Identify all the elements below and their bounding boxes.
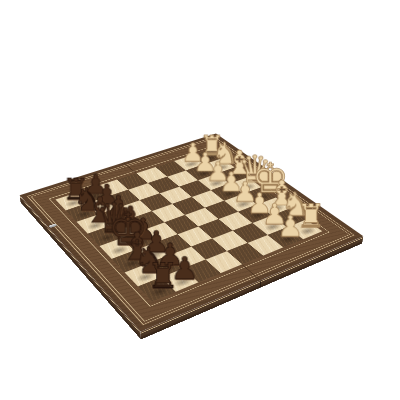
fold-seam-side xyxy=(260,280,262,288)
piece-white-pawn[interactable]: ♟ xyxy=(277,212,302,241)
fold-seam-bottom xyxy=(242,264,262,280)
product-photo-scene: ♜♟♟♜♞♟♟♞♝♟♟♝♛♟♟♛♚♟♟♚♝♟♟♝♞♟♟♞♜♟♟♜ xyxy=(0,0,400,400)
fold-seam-top xyxy=(123,162,137,173)
metal-clasp xyxy=(48,223,57,227)
chess-board-3d: ♜♟♟♜♞♟♟♞♝♟♟♝♛♟♟♛♚♟♟♚♝♟♟♝♞♟♟♞♜♟♟♜ xyxy=(20,133,364,331)
playing-field: ♜♟♟♜♞♟♟♞♝♟♟♝♛♟♟♛♚♟♟♚♝♟♟♝♞♟♟♞♜♟♟♜ xyxy=(55,149,322,301)
chess-board: ♜♟♟♜♞♟♟♞♝♟♟♝♛♟♟♛♚♟♟♚♝♟♟♝♞♟♟♞♜♟♟♜ xyxy=(20,133,364,331)
piece-black-rook[interactable]: ♜ xyxy=(147,258,175,293)
